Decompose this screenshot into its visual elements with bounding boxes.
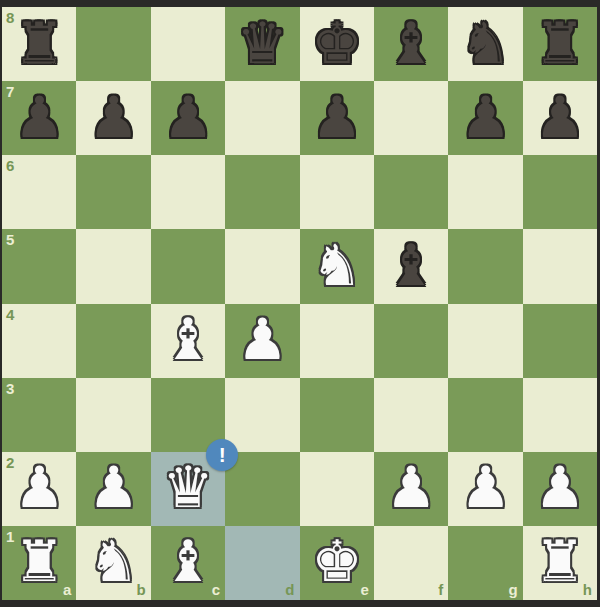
piece-white-rook[interactable]: ♜	[534, 533, 585, 590]
piece-white-knight[interactable]: ♞	[88, 533, 139, 590]
square-e2[interactable]	[300, 452, 374, 526]
square-c1[interactable]: c♝	[151, 526, 225, 600]
square-h4[interactable]	[523, 304, 597, 378]
piece-white-pawn[interactable]: ♟	[88, 459, 139, 516]
square-d4[interactable]: ♟	[225, 304, 299, 378]
square-e6[interactable]	[300, 155, 374, 229]
square-g1[interactable]: g	[448, 526, 522, 600]
square-a1[interactable]: 1a♜	[2, 526, 76, 600]
square-h8[interactable]: ♜	[523, 7, 597, 81]
square-b1[interactable]: b♞	[76, 526, 150, 600]
piece-white-queen[interactable]: ♛	[162, 459, 213, 516]
square-g4[interactable]	[448, 304, 522, 378]
piece-white-bishop[interactable]: ♝	[162, 533, 213, 590]
piece-white-rook[interactable]: ♜	[14, 533, 65, 590]
square-f1[interactable]: f	[374, 526, 448, 600]
square-d3[interactable]	[225, 378, 299, 452]
square-e5[interactable]: ♞	[300, 229, 374, 303]
square-a4[interactable]: 4	[2, 304, 76, 378]
square-f3[interactable]	[374, 378, 448, 452]
square-h7[interactable]: ♟	[523, 81, 597, 155]
chessboard-frame: 8♜♛♚♝♞♜7♟♟♟♟♟♟65♞♝4♝♟32♟♟♛♟♟♟1a♜b♞c♝de♚f…	[0, 0, 600, 607]
square-e7[interactable]: ♟	[300, 81, 374, 155]
square-e1[interactable]: e♚	[300, 526, 374, 600]
piece-white-pawn[interactable]: ♟	[14, 459, 65, 516]
square-d1[interactable]: d	[225, 526, 299, 600]
square-e3[interactable]	[300, 378, 374, 452]
square-c7[interactable]: ♟	[151, 81, 225, 155]
piece-black-pawn[interactable]: ♟	[88, 89, 139, 146]
square-a6[interactable]: 6	[2, 155, 76, 229]
square-f6[interactable]	[374, 155, 448, 229]
square-h6[interactable]	[523, 155, 597, 229]
square-d5[interactable]	[225, 229, 299, 303]
square-b2[interactable]: ♟	[76, 452, 150, 526]
square-a2[interactable]: 2♟	[2, 452, 76, 526]
piece-white-king[interactable]: ♚	[311, 533, 362, 590]
piece-white-pawn[interactable]: ♟	[460, 459, 511, 516]
piece-white-pawn[interactable]: ♟	[237, 311, 288, 368]
file-label-g: g	[508, 582, 517, 597]
piece-black-pawn[interactable]: ♟	[311, 89, 362, 146]
square-b4[interactable]	[76, 304, 150, 378]
rank-label-3: 3	[6, 381, 14, 396]
square-b6[interactable]	[76, 155, 150, 229]
square-g3[interactable]	[448, 378, 522, 452]
square-b8[interactable]	[76, 7, 150, 81]
square-g2[interactable]: ♟	[448, 452, 522, 526]
file-label-d: d	[285, 582, 294, 597]
piece-white-pawn[interactable]: ♟	[534, 459, 585, 516]
square-h1[interactable]: h♜	[523, 526, 597, 600]
chess-board: 8♜♛♚♝♞♜7♟♟♟♟♟♟65♞♝4♝♟32♟♟♛♟♟♟1a♜b♞c♝de♚f…	[2, 7, 597, 600]
square-f5[interactable]: ♝	[374, 229, 448, 303]
rank-label-6: 6	[6, 158, 14, 173]
square-f7[interactable]	[374, 81, 448, 155]
square-g7[interactable]: ♟	[448, 81, 522, 155]
square-e4[interactable]	[300, 304, 374, 378]
square-d7[interactable]	[225, 81, 299, 155]
square-g6[interactable]	[448, 155, 522, 229]
square-d8[interactable]: ♛	[225, 7, 299, 81]
square-c8[interactable]	[151, 7, 225, 81]
piece-white-bishop[interactable]: ♝	[162, 311, 213, 368]
piece-black-knight[interactable]: ♞	[460, 15, 511, 72]
square-a5[interactable]: 5	[2, 229, 76, 303]
square-e8[interactable]: ♚	[300, 7, 374, 81]
square-f4[interactable]	[374, 304, 448, 378]
rank-label-5: 5	[6, 232, 14, 247]
piece-black-pawn[interactable]: ♟	[460, 89, 511, 146]
piece-white-knight[interactable]: ♞	[311, 237, 362, 294]
square-g5[interactable]	[448, 229, 522, 303]
square-d2[interactable]	[225, 452, 299, 526]
square-a8[interactable]: 8♜	[2, 7, 76, 81]
piece-black-queen[interactable]: ♛	[237, 15, 288, 72]
square-b5[interactable]	[76, 229, 150, 303]
square-h3[interactable]	[523, 378, 597, 452]
great-move-badge-icon: !	[206, 439, 238, 471]
square-g8[interactable]: ♞	[448, 7, 522, 81]
square-a7[interactable]: 7♟	[2, 81, 76, 155]
piece-black-bishop[interactable]: ♝	[386, 237, 437, 294]
square-a3[interactable]: 3	[2, 378, 76, 452]
piece-black-pawn[interactable]: ♟	[14, 89, 65, 146]
square-b3[interactable]	[76, 378, 150, 452]
piece-white-pawn[interactable]: ♟	[386, 459, 437, 516]
piece-black-king[interactable]: ♚	[311, 15, 362, 72]
rank-label-4: 4	[6, 307, 14, 322]
square-d6[interactable]	[225, 155, 299, 229]
file-label-f: f	[438, 582, 443, 597]
square-h2[interactable]: ♟	[523, 452, 597, 526]
piece-black-rook[interactable]: ♜	[534, 15, 585, 72]
square-h5[interactable]	[523, 229, 597, 303]
square-c4[interactable]: ♝	[151, 304, 225, 378]
piece-black-rook[interactable]: ♜	[14, 15, 65, 72]
piece-black-pawn[interactable]: ♟	[534, 89, 585, 146]
square-b7[interactable]: ♟	[76, 81, 150, 155]
square-f2[interactable]: ♟	[374, 452, 448, 526]
piece-black-bishop[interactable]: ♝	[386, 15, 437, 72]
piece-black-pawn[interactable]: ♟	[162, 89, 213, 146]
square-f8[interactable]: ♝	[374, 7, 448, 81]
square-c5[interactable]	[151, 229, 225, 303]
square-c6[interactable]	[151, 155, 225, 229]
great-move-symbol: !	[219, 444, 226, 465]
